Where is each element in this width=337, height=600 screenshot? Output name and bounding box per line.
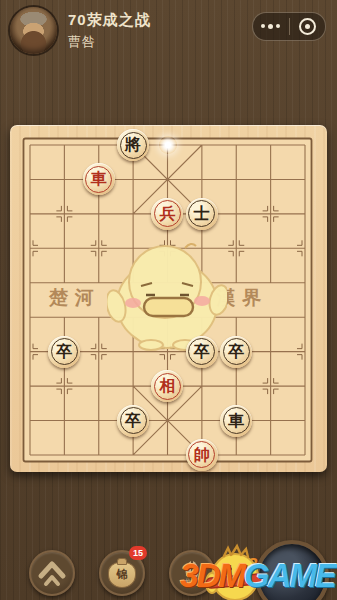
bottom-right-circle-button[interactable] bbox=[255, 540, 329, 600]
pieces-layer: 將車兵士卒卒卒相卒車帥 bbox=[13, 128, 322, 472]
chevron-up-icon bbox=[36, 558, 68, 588]
piece-black-士[interactable]: 士 bbox=[186, 198, 218, 230]
expand-menu-button[interactable] bbox=[29, 550, 75, 596]
more-button[interactable] bbox=[253, 13, 289, 40]
praying-hands-icon bbox=[181, 559, 203, 579]
piece-red-兵[interactable]: 兵 bbox=[151, 198, 183, 230]
level-title: 70荥成之战 bbox=[68, 11, 151, 30]
player-avatar bbox=[10, 7, 57, 54]
piece-black-卒[interactable]: 卒 bbox=[186, 336, 218, 368]
piece-red-相[interactable]: 相 bbox=[151, 370, 183, 402]
piece-red-車[interactable]: 車 bbox=[83, 163, 115, 195]
piece-black-卒[interactable]: 卒 bbox=[220, 336, 252, 368]
level-subtitle: 曹咎 bbox=[68, 33, 96, 51]
close-button[interactable] bbox=[290, 13, 326, 40]
money-bag-icon: 锦 bbox=[108, 562, 136, 588]
cheering-chick-mascot bbox=[205, 543, 265, 600]
more-icon bbox=[261, 24, 280, 29]
circle-target-icon bbox=[299, 18, 316, 35]
wechat-capsule bbox=[252, 12, 326, 41]
tips-bag-button[interactable]: 锦 15 bbox=[99, 550, 145, 596]
piece-red-帥[interactable]: 帥 bbox=[186, 439, 218, 471]
piece-black-將[interactable]: 將 bbox=[117, 129, 149, 161]
tips-count-badge: 15 bbox=[129, 546, 147, 560]
header: 70荥成之战 曹咎 bbox=[0, 0, 337, 60]
piece-black-車[interactable]: 車 bbox=[220, 405, 252, 437]
ask-help-label: 求助 bbox=[183, 577, 201, 588]
piece-black-卒[interactable]: 卒 bbox=[48, 336, 80, 368]
xiangqi-board: 楚河 漢界 將車兵士卒卒卒相卒車帥 bbox=[10, 125, 327, 472]
piece-black-卒[interactable]: 卒 bbox=[117, 405, 149, 437]
